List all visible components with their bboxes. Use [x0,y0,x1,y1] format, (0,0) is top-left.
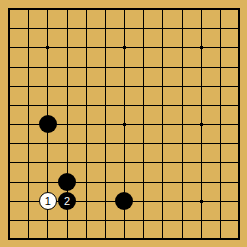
intersection-F3[interactable] [96,191,115,210]
intersection-J2[interactable] [153,211,172,230]
intersection-D9[interactable] [57,77,76,96]
intersection-L8[interactable] [191,96,210,115]
intersection-H4[interactable] [134,172,153,191]
intersection-K11[interactable] [172,38,191,57]
intersection-D7[interactable] [57,115,76,134]
intersection-L6[interactable] [191,134,210,153]
intersection-N1[interactable] [230,230,247,247]
intersection-N13[interactable] [230,0,247,19]
stone-black-g3[interactable] [115,192,133,210]
intersection-C13[interactable] [38,0,57,19]
intersection-A3[interactable] [0,191,19,210]
intersection-F8[interactable] [96,96,115,115]
intersection-J8[interactable] [153,96,172,115]
intersection-C4[interactable] [38,172,57,191]
intersection-F12[interactable] [96,19,115,38]
intersection-N6[interactable] [230,134,247,153]
intersection-L4[interactable] [191,172,210,191]
intersection-E5[interactable] [77,153,96,172]
intersection-E7[interactable] [77,115,96,134]
intersection-D8[interactable] [57,96,76,115]
intersection-L13[interactable] [191,0,210,19]
intersection-A4[interactable] [0,172,19,191]
intersection-C10[interactable] [38,57,57,76]
intersection-L10[interactable] [191,57,210,76]
intersection-G6[interactable] [115,134,134,153]
intersection-L7[interactable] [191,115,210,134]
intersection-N3[interactable] [230,191,247,210]
intersection-N4[interactable] [230,172,247,191]
intersection-N7[interactable] [230,115,247,134]
intersection-L5[interactable] [191,153,210,172]
intersection-H11[interactable] [134,38,153,57]
intersection-H8[interactable] [134,96,153,115]
intersection-D3[interactable]: 2 [57,191,76,210]
intersection-D1[interactable] [57,230,76,247]
intersection-J12[interactable] [153,19,172,38]
intersection-E12[interactable] [77,19,96,38]
intersection-K6[interactable] [172,134,191,153]
intersection-N12[interactable] [230,19,247,38]
intersection-B13[interactable] [19,0,38,19]
stone-black-c7[interactable] [39,115,57,133]
intersection-D11[interactable] [57,38,76,57]
intersection-D10[interactable] [57,57,76,76]
intersection-A11[interactable] [0,38,19,57]
stone-white-c3-move-1[interactable]: 1 [39,192,57,210]
intersection-K10[interactable] [172,57,191,76]
intersection-M12[interactable] [211,19,230,38]
intersection-F2[interactable] [96,211,115,230]
intersection-A13[interactable] [0,0,19,19]
intersection-N2[interactable] [230,211,247,230]
intersection-K2[interactable] [172,211,191,230]
intersection-F6[interactable] [96,134,115,153]
intersection-G8[interactable] [115,96,134,115]
intersection-H6[interactable] [134,134,153,153]
intersection-A10[interactable] [0,57,19,76]
intersection-K7[interactable] [172,115,191,134]
intersection-D5[interactable] [57,153,76,172]
intersection-C2[interactable] [38,211,57,230]
intersection-E8[interactable] [77,96,96,115]
intersection-K1[interactable] [172,230,191,247]
intersection-H5[interactable] [134,153,153,172]
intersection-M2[interactable] [211,211,230,230]
intersection-B6[interactable] [19,134,38,153]
intersection-D4[interactable] [57,172,76,191]
intersection-G5[interactable] [115,153,134,172]
intersection-C9[interactable] [38,77,57,96]
intersection-B10[interactable] [19,57,38,76]
intersection-J1[interactable] [153,230,172,247]
intersection-J6[interactable] [153,134,172,153]
intersection-B9[interactable] [19,77,38,96]
board-grid: 12 [0,0,247,247]
intersection-K13[interactable] [172,0,191,19]
stone-black-d3-move-2[interactable]: 2 [58,192,76,210]
intersection-K8[interactable] [172,96,191,115]
intersection-D6[interactable] [57,134,76,153]
intersection-A1[interactable] [0,230,19,247]
intersection-A7[interactable] [0,115,19,134]
intersection-J11[interactable] [153,38,172,57]
intersection-F13[interactable] [96,0,115,19]
intersection-M6[interactable] [211,134,230,153]
intersection-F4[interactable] [96,172,115,191]
intersection-K3[interactable] [172,191,191,210]
intersection-G9[interactable] [115,77,134,96]
intersection-F7[interactable] [96,115,115,134]
intersection-L12[interactable] [191,19,210,38]
stone-black-d4[interactable] [58,173,76,191]
intersection-C11[interactable] [38,38,57,57]
intersection-E9[interactable] [77,77,96,96]
intersection-G4[interactable] [115,172,134,191]
intersection-B2[interactable] [19,211,38,230]
intersection-D2[interactable] [57,211,76,230]
intersection-C7[interactable] [38,115,57,134]
intersection-G2[interactable] [115,211,134,230]
intersection-H2[interactable] [134,211,153,230]
intersection-E2[interactable] [77,211,96,230]
intersection-M13[interactable] [211,0,230,19]
intersection-J4[interactable] [153,172,172,191]
intersection-G13[interactable] [115,0,134,19]
intersection-H1[interactable] [134,230,153,247]
intersection-N5[interactable] [230,153,247,172]
intersection-A9[interactable] [0,77,19,96]
intersection-M11[interactable] [211,38,230,57]
intersection-C5[interactable] [38,153,57,172]
intersection-H3[interactable] [134,191,153,210]
intersection-G1[interactable] [115,230,134,247]
intersection-G10[interactable] [115,57,134,76]
intersection-M5[interactable] [211,153,230,172]
intersection-D13[interactable] [57,0,76,19]
intersection-B4[interactable] [19,172,38,191]
intersection-M3[interactable] [211,191,230,210]
intersection-A12[interactable] [0,19,19,38]
intersection-M8[interactable] [211,96,230,115]
intersection-F11[interactable] [96,38,115,57]
intersection-N8[interactable] [230,96,247,115]
intersection-F9[interactable] [96,77,115,96]
intersection-H7[interactable] [134,115,153,134]
intersection-E11[interactable] [77,38,96,57]
intersection-B8[interactable] [19,96,38,115]
intersection-M1[interactable] [211,230,230,247]
intersection-B1[interactable] [19,230,38,247]
intersection-H10[interactable] [134,57,153,76]
intersection-L1[interactable] [191,230,210,247]
intersection-J13[interactable] [153,0,172,19]
intersection-N9[interactable] [230,77,247,96]
intersection-M7[interactable] [211,115,230,134]
intersection-E13[interactable] [77,0,96,19]
intersection-M4[interactable] [211,172,230,191]
intersection-A8[interactable] [0,96,19,115]
intersection-J7[interactable] [153,115,172,134]
intersection-N11[interactable] [230,38,247,57]
intersection-J3[interactable] [153,191,172,210]
intersection-C12[interactable] [38,19,57,38]
intersection-H9[interactable] [134,77,153,96]
intersection-E10[interactable] [77,57,96,76]
intersection-L3[interactable] [191,191,210,210]
intersection-J10[interactable] [153,57,172,76]
intersection-M10[interactable] [211,57,230,76]
intersection-B12[interactable] [19,19,38,38]
intersection-K4[interactable] [172,172,191,191]
intersection-N10[interactable] [230,57,247,76]
intersection-A5[interactable] [0,153,19,172]
intersection-G11[interactable] [115,38,134,57]
intersection-H13[interactable] [134,0,153,19]
intersection-K12[interactable] [172,19,191,38]
intersection-G7[interactable] [115,115,134,134]
intersection-F10[interactable] [96,57,115,76]
go-board: 12 [0,0,247,247]
intersection-B7[interactable] [19,115,38,134]
intersection-A2[interactable] [0,211,19,230]
intersection-G12[interactable] [115,19,134,38]
intersection-C3[interactable]: 1 [38,191,57,210]
intersection-B3[interactable] [19,191,38,210]
intersection-J5[interactable] [153,153,172,172]
intersection-E6[interactable] [77,134,96,153]
intersection-B11[interactable] [19,38,38,57]
intersection-C1[interactable] [38,230,57,247]
intersection-C8[interactable] [38,96,57,115]
intersection-K9[interactable] [172,77,191,96]
intersection-L9[interactable] [191,77,210,96]
board-area: 12 [9,9,240,240]
intersection-K5[interactable] [172,153,191,172]
intersection-J9[interactable] [153,77,172,96]
intersection-E1[interactable] [77,230,96,247]
intersection-B5[interactable] [19,153,38,172]
intersection-M9[interactable] [211,77,230,96]
intersection-E4[interactable] [77,172,96,191]
intersection-F5[interactable] [96,153,115,172]
intersection-L2[interactable] [191,211,210,230]
intersection-E3[interactable] [77,191,96,210]
intersection-D12[interactable] [57,19,76,38]
intersection-G3[interactable] [115,191,134,210]
intersection-C6[interactable] [38,134,57,153]
intersection-F1[interactable] [96,230,115,247]
intersection-A6[interactable] [0,134,19,153]
intersection-L11[interactable] [191,38,210,57]
intersection-H12[interactable] [134,19,153,38]
